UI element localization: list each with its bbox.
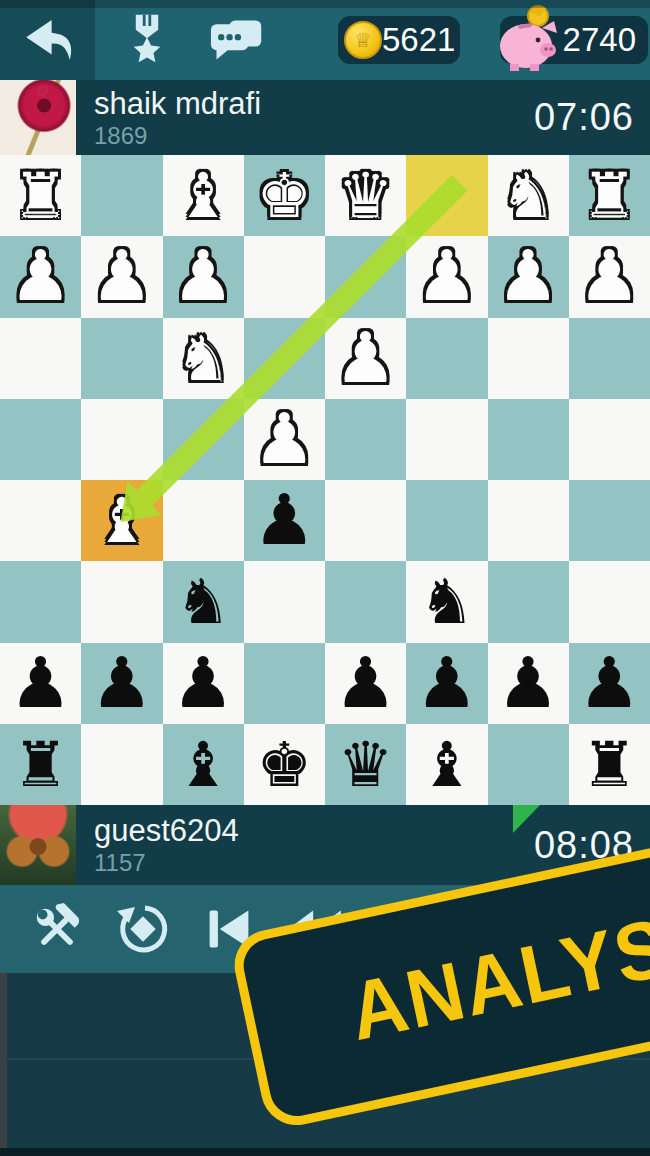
square-d7[interactable]: ♟ <box>325 643 406 724</box>
square-c5[interactable] <box>406 480 487 561</box>
square-f5[interactable] <box>163 480 244 561</box>
square-b6[interactable] <box>488 561 569 642</box>
square-h7[interactable]: ♟ <box>0 643 81 724</box>
piece-bP-e5[interactable]: ♟ <box>253 480 316 561</box>
square-h1[interactable]: ♜ <box>0 155 81 236</box>
piece-bB-c8[interactable]: ♝ <box>419 724 475 805</box>
piggy-bank-button[interactable]: 2740 <box>500 16 648 64</box>
piece-wP-a2[interactable]: ♟ <box>578 236 641 317</box>
chess-app-screen: ♕ 5621 2740 <box>0 0 650 1156</box>
piece-wP-d3[interactable]: ♟ <box>334 318 397 399</box>
opponent-name: shaik mdrafi <box>94 86 261 122</box>
medal-icon <box>119 11 175 69</box>
status-bar-shade <box>0 0 650 8</box>
chat-button[interactable] <box>202 0 272 80</box>
square-a5[interactable] <box>569 480 650 561</box>
panel-edge <box>0 973 7 1148</box>
opponent-bar: shaik mdrafi 1869 07:06 <box>0 80 650 155</box>
square-e8[interactable]: ♚ <box>244 724 325 805</box>
opponent-avatar[interactable] <box>0 80 76 155</box>
square-d6[interactable] <box>325 561 406 642</box>
piece-bP-d7[interactable]: ♟ <box>334 643 397 724</box>
piece-wN-f3[interactable]: ♞ <box>175 318 231 399</box>
square-e5[interactable]: ♟ <box>244 480 325 561</box>
piece-wP-e4[interactable]: ♟ <box>253 399 316 480</box>
square-h4[interactable] <box>0 399 81 480</box>
analysis-stamp-label: ANALYSIS <box>342 883 650 1059</box>
square-b2[interactable]: ♟ <box>488 236 569 317</box>
piece-bQ-d8[interactable]: ♛ <box>338 724 394 805</box>
square-b4[interactable] <box>488 399 569 480</box>
square-f8[interactable]: ♝ <box>163 724 244 805</box>
square-e1[interactable]: ♚ <box>244 155 325 236</box>
piece-wP-h2[interactable]: ♟ <box>9 236 72 317</box>
square-a3[interactable] <box>569 318 650 399</box>
piece-wK-e1[interactable]: ♚ <box>257 155 313 236</box>
square-f6[interactable]: ♞ <box>163 561 244 642</box>
square-f2[interactable]: ♟ <box>163 236 244 317</box>
piece-wP-f2[interactable]: ♟ <box>172 236 235 317</box>
achievements-button[interactable] <box>112 0 182 80</box>
piece-wR-h1[interactable]: ♜ <box>13 155 69 236</box>
square-b5[interactable] <box>488 480 569 561</box>
tools-icon <box>30 902 84 956</box>
piece-bN-c6[interactable]: ♞ <box>419 561 475 642</box>
chat-icon <box>207 13 267 67</box>
square-a6[interactable] <box>569 561 650 642</box>
piece-bP-h7[interactable]: ♟ <box>9 643 72 724</box>
square-d1[interactable]: ♛ <box>325 155 406 236</box>
top-bar: ♕ 5621 2740 <box>0 0 650 80</box>
square-c8[interactable]: ♝ <box>406 724 487 805</box>
square-g8[interactable] <box>81 724 162 805</box>
square-d4[interactable] <box>325 399 406 480</box>
piece-bP-b7[interactable]: ♟ <box>497 643 560 724</box>
piece-wN-b1[interactable]: ♞ <box>500 155 556 236</box>
square-b1[interactable]: ♞ <box>488 155 569 236</box>
square-f4[interactable] <box>163 399 244 480</box>
square-d8[interactable]: ♛ <box>325 724 406 805</box>
piece-bK-e8[interactable]: ♚ <box>257 724 313 805</box>
square-a2[interactable]: ♟ <box>569 236 650 317</box>
square-g7[interactable]: ♟ <box>81 643 162 724</box>
settings-button[interactable] <box>14 885 100 973</box>
piggy-balance: 2740 <box>563 21 636 59</box>
piece-wB-g5[interactable]: ♝ <box>94 480 150 561</box>
square-f7[interactable]: ♟ <box>163 643 244 724</box>
square-e3[interactable] <box>244 318 325 399</box>
piece-bP-a7[interactable]: ♟ <box>578 643 641 724</box>
square-h8[interactable]: ♜ <box>0 724 81 805</box>
piece-bP-g7[interactable]: ♟ <box>90 643 153 724</box>
square-a7[interactable]: ♟ <box>569 643 650 724</box>
piggy-bank-icon <box>496 2 562 72</box>
player-rating: 1157 <box>94 849 239 877</box>
back-icon <box>19 14 77 66</box>
coins-balance-button[interactable]: ♕ 5621 <box>338 16 460 64</box>
square-g2[interactable]: ♟ <box>81 236 162 317</box>
player-avatar[interactable] <box>0 805 76 885</box>
square-c7[interactable]: ♟ <box>406 643 487 724</box>
square-e4[interactable]: ♟ <box>244 399 325 480</box>
flip-board-button[interactable] <box>100 885 186 973</box>
flip-board-icon <box>115 901 171 957</box>
square-d3[interactable]: ♟ <box>325 318 406 399</box>
back-button[interactable] <box>0 0 95 80</box>
square-a1[interactable]: ♜ <box>569 155 650 236</box>
piece-wP-g2[interactable]: ♟ <box>90 236 153 317</box>
square-d5[interactable] <box>325 480 406 561</box>
square-c6[interactable]: ♞ <box>406 561 487 642</box>
opponent-clock: 07:06 <box>534 96 634 139</box>
square-d2[interactable] <box>325 236 406 317</box>
square-h6[interactable] <box>0 561 81 642</box>
square-h5[interactable] <box>0 480 81 561</box>
square-f3[interactable]: ♞ <box>163 318 244 399</box>
square-e6[interactable] <box>244 561 325 642</box>
square-b8[interactable] <box>488 724 569 805</box>
square-h3[interactable] <box>0 318 81 399</box>
bottom-strip <box>0 1148 650 1156</box>
player-name: guest6204 <box>94 813 239 849</box>
coin-icon: ♕ <box>344 21 382 59</box>
square-a4[interactable] <box>569 399 650 480</box>
square-e7[interactable] <box>244 643 325 724</box>
square-h2[interactable]: ♟ <box>0 236 81 317</box>
square-c1[interactable] <box>406 155 487 236</box>
square-g5[interactable]: ♝ <box>81 480 162 561</box>
square-a8[interactable]: ♜ <box>569 724 650 805</box>
square-g1[interactable] <box>81 155 162 236</box>
piece-wR-a1[interactable]: ♜ <box>582 155 638 236</box>
turn-indicator-icon <box>513 805 540 833</box>
piece-wQ-d1[interactable]: ♛ <box>338 155 394 236</box>
piece-bR-h8[interactable]: ♜ <box>13 724 69 805</box>
square-e2[interactable] <box>244 236 325 317</box>
piece-wP-c2[interactable]: ♟ <box>415 236 478 317</box>
opponent-rating: 1869 <box>94 122 261 150</box>
square-c4[interactable] <box>406 399 487 480</box>
piece-bB-f8[interactable]: ♝ <box>175 724 231 805</box>
piece-bP-c7[interactable]: ♟ <box>415 643 478 724</box>
piece-bR-a8[interactable]: ♜ <box>582 724 638 805</box>
square-g4[interactable] <box>81 399 162 480</box>
piece-wP-b2[interactable]: ♟ <box>497 236 560 317</box>
square-g6[interactable] <box>81 561 162 642</box>
piece-bP-f7[interactable]: ♟ <box>172 643 235 724</box>
square-c2[interactable]: ♟ <box>406 236 487 317</box>
coins-balance: 5621 <box>382 21 455 59</box>
square-b3[interactable] <box>488 318 569 399</box>
square-b7[interactable]: ♟ <box>488 643 569 724</box>
square-f1[interactable]: ♝ <box>163 155 244 236</box>
chess-board[interactable]: ♜♝♚♛♞♜♟♟♟♟♟♟♞♟♟♝♟♞♞♟♟♟♟♟♟♟♜♝♚♛♝♜ <box>0 155 650 805</box>
piece-wB-f1[interactable]: ♝ <box>175 155 231 236</box>
piece-bN-f6[interactable]: ♞ <box>175 561 231 642</box>
square-g3[interactable] <box>81 318 162 399</box>
square-c3[interactable] <box>406 318 487 399</box>
